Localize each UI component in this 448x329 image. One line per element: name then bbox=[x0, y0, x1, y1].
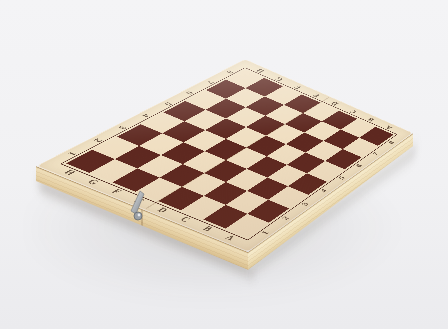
board-photo: HH11GG22FF33EE44DD55CC66BB77AA88 bbox=[0, 0, 448, 329]
latch-hook-icon bbox=[126, 190, 150, 222]
